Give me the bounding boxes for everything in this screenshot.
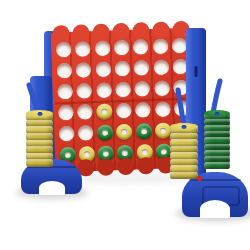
right-outer-spike-rod-icon <box>213 81 220 113</box>
left-yellow-disc-stack <box>26 110 53 167</box>
product-photo-scene <box>0 0 250 250</box>
yellow-spare-disc <box>26 159 53 167</box>
right-inner-spike-rod-icon <box>178 90 184 126</box>
right-yellow-disc-stack <box>170 123 198 179</box>
right-foot-arch <box>200 200 230 218</box>
yellow-stack-top-cap <box>170 123 198 130</box>
yellow-spare-disc <box>170 172 198 180</box>
yellow-stack-top-cap <box>26 110 53 117</box>
green-stack-top-cap <box>204 110 230 117</box>
green-spare-disc <box>204 162 230 169</box>
right-green-disc-stack <box>204 110 230 169</box>
left-foot-arch <box>39 181 65 195</box>
